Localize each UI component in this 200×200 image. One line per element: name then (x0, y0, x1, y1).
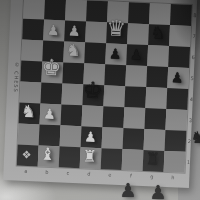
rank-label-7: 7 (192, 33, 195, 39)
square-a8[interactable] (23, 0, 45, 20)
square-h6[interactable] (168, 46, 190, 68)
square-a2[interactable] (18, 124, 40, 146)
square-b8[interactable] (44, 0, 66, 20)
square-f7[interactable] (127, 23, 149, 45)
black-rook-g1[interactable]: ♜ (145, 151, 160, 168)
white-king-b5[interactable]: ♚ (41, 56, 62, 79)
square-f4[interactable] (124, 86, 146, 108)
square-c5[interactable] (62, 62, 84, 84)
square-c2[interactable] (60, 125, 82, 147)
square-g5[interactable] (146, 66, 168, 88)
rank-label-6: 6 (192, 54, 195, 60)
file-label-f: f (130, 172, 132, 178)
file-label-c: c (66, 170, 69, 176)
rank-label-8: 8 (193, 12, 196, 18)
file-label-d: d (87, 171, 90, 177)
square-e3[interactable] (102, 106, 124, 128)
black-pawn-f6[interactable]: ♟ (130, 47, 143, 62)
square-d7[interactable] (85, 21, 107, 43)
square-c8[interactable] (65, 0, 87, 21)
square-g4[interactable] (145, 87, 167, 109)
black-pawn-e6[interactable]: ♟ (109, 46, 122, 61)
file-label-g: g (150, 173, 153, 179)
file-label-a: a (24, 168, 27, 174)
chess-board[interactable]: © CHESS abcdefgh12345678❖♛♟♟♞♚♞♟♟♝♜♞♟♟♟♚… (3, 0, 197, 188)
square-h8[interactable] (170, 4, 192, 26)
square-h3[interactable] (165, 109, 187, 131)
square-f8[interactable] (128, 2, 150, 24)
square-c1[interactable] (59, 146, 81, 168)
white-pawn-b7[interactable]: ♟ (47, 22, 60, 37)
white-rook-d1[interactable]: ♜ (82, 148, 97, 165)
square-e2[interactable] (102, 127, 124, 149)
file-label-h: h (171, 174, 174, 180)
file-label-b: b (45, 169, 48, 175)
square-a5[interactable] (20, 61, 42, 83)
rank-label-4: 4 (190, 95, 193, 101)
white-knight-a3[interactable]: ♞ (21, 102, 37, 120)
square-e5[interactable] (104, 64, 126, 86)
square-h2[interactable] (164, 130, 186, 152)
square-d3[interactable] (81, 105, 103, 127)
square-f5[interactable] (125, 65, 147, 87)
white-queen-e7[interactable]: ♛ (106, 17, 127, 40)
square-f2[interactable] (123, 128, 145, 150)
square-h7[interactable] (169, 25, 191, 47)
square-h4[interactable] (166, 88, 188, 110)
board-logo-emblem: ❖ (22, 149, 32, 160)
square-d8[interactable] (86, 0, 108, 22)
board-photo: © CHESS abcdefgh12345678❖♛♟♟♞♚♞♟♟♝♜♞♟♟♟♚… (0, 0, 200, 200)
white-pawn-b3[interactable]: ♟ (43, 106, 56, 121)
square-d6[interactable] (84, 42, 106, 64)
captured-black-knight[interactable]: ♞ (191, 130, 200, 146)
square-g3[interactable] (144, 108, 166, 130)
white-pawn-c7[interactable]: ♟ (68, 23, 81, 38)
file-label-e: e (108, 172, 111, 178)
square-c3[interactable] (61, 104, 83, 126)
square-c4[interactable] (61, 83, 83, 105)
rank-label-5: 5 (191, 75, 194, 81)
captured-black-pawn[interactable]: ♟ (149, 183, 166, 200)
black-pawn-h5[interactable]: ♟ (171, 70, 184, 85)
white-knight-c6[interactable]: ♞ (65, 41, 81, 59)
square-f3[interactable] (123, 107, 145, 129)
square-a6[interactable] (21, 40, 43, 62)
square-h1[interactable] (164, 151, 186, 173)
captured-black-pawn[interactable]: ♟ (119, 181, 136, 200)
square-f1[interactable] (122, 149, 144, 171)
square-g2[interactable] (144, 129, 166, 151)
square-g6[interactable] (147, 45, 169, 67)
black-knight-g7[interactable]: ♞ (150, 24, 166, 42)
square-a7[interactable] (22, 19, 44, 41)
square-e1[interactable] (101, 148, 123, 170)
rank-label-3: 3 (189, 116, 192, 122)
white-pawn-d2[interactable]: ♟ (84, 129, 97, 144)
square-e4[interactable] (103, 85, 125, 107)
white-bishop-b1[interactable]: ♝ (40, 145, 56, 163)
rank-label-1: 1 (187, 158, 190, 164)
black-king-d4[interactable]: ♚ (82, 79, 103, 102)
square-b4[interactable] (40, 82, 62, 104)
